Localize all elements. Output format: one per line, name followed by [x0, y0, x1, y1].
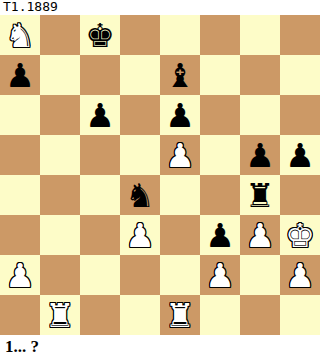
- square-e7[interactable]: ♝: [160, 55, 200, 95]
- square-a6[interactable]: [0, 95, 40, 135]
- white-pawn: ♟: [200, 255, 240, 295]
- white-king: ♚: [280, 215, 320, 255]
- black-bishop: ♝: [160, 55, 200, 95]
- chess-board: ♞♚♟♝♟♟♟♟♟♞♜♟♟♟♚♟♟♟♜♜: [0, 15, 320, 335]
- square-d6[interactable]: [120, 95, 160, 135]
- black-king: ♚: [80, 15, 120, 55]
- square-c5[interactable]: [80, 135, 120, 175]
- square-h4[interactable]: [280, 175, 320, 215]
- black-pawn: ♟: [200, 215, 240, 255]
- white-rook: ♜: [160, 295, 200, 335]
- square-f4[interactable]: [200, 175, 240, 215]
- move-prompt: 1... ?: [0, 335, 320, 360]
- white-knight: ♞: [0, 15, 40, 55]
- square-h2[interactable]: ♟: [280, 255, 320, 295]
- square-a7[interactable]: ♟: [0, 55, 40, 95]
- square-f8[interactable]: [200, 15, 240, 55]
- square-g6[interactable]: [240, 95, 280, 135]
- square-g8[interactable]: [240, 15, 280, 55]
- square-h5[interactable]: ♟: [280, 135, 320, 175]
- square-c3[interactable]: [80, 215, 120, 255]
- square-h7[interactable]: [280, 55, 320, 95]
- square-d4[interactable]: ♞: [120, 175, 160, 215]
- square-c2[interactable]: [80, 255, 120, 295]
- square-f6[interactable]: [200, 95, 240, 135]
- square-h8[interactable]: [280, 15, 320, 55]
- square-e6[interactable]: ♟: [160, 95, 200, 135]
- square-g7[interactable]: [240, 55, 280, 95]
- square-g2[interactable]: [240, 255, 280, 295]
- square-b8[interactable]: [40, 15, 80, 55]
- square-b1[interactable]: ♜: [40, 295, 80, 335]
- square-b4[interactable]: [40, 175, 80, 215]
- square-h6[interactable]: [280, 95, 320, 135]
- black-pawn: ♟: [80, 95, 120, 135]
- square-c7[interactable]: [80, 55, 120, 95]
- square-b6[interactable]: [40, 95, 80, 135]
- black-pawn: ♟: [280, 135, 320, 175]
- square-c6[interactable]: ♟: [80, 95, 120, 135]
- black-pawn: ♟: [240, 135, 280, 175]
- square-e1[interactable]: ♜: [160, 295, 200, 335]
- square-f7[interactable]: [200, 55, 240, 95]
- square-d2[interactable]: [120, 255, 160, 295]
- square-e3[interactable]: [160, 215, 200, 255]
- square-h3[interactable]: ♚: [280, 215, 320, 255]
- puzzle-id: T1.1889: [0, 0, 320, 15]
- square-c1[interactable]: [80, 295, 120, 335]
- square-a4[interactable]: [0, 175, 40, 215]
- square-b5[interactable]: [40, 135, 80, 175]
- white-pawn: ♟: [0, 255, 40, 295]
- square-f3[interactable]: ♟: [200, 215, 240, 255]
- black-knight: ♞: [120, 175, 160, 215]
- black-pawn: ♟: [0, 55, 40, 95]
- square-d1[interactable]: [120, 295, 160, 335]
- square-e4[interactable]: [160, 175, 200, 215]
- square-d8[interactable]: [120, 15, 160, 55]
- square-h1[interactable]: [280, 295, 320, 335]
- square-b3[interactable]: [40, 215, 80, 255]
- square-e5[interactable]: ♟: [160, 135, 200, 175]
- square-g5[interactable]: ♟: [240, 135, 280, 175]
- white-pawn: ♟: [240, 215, 280, 255]
- square-c4[interactable]: [80, 175, 120, 215]
- square-b7[interactable]: [40, 55, 80, 95]
- square-d5[interactable]: [120, 135, 160, 175]
- square-b2[interactable]: [40, 255, 80, 295]
- square-d3[interactable]: ♟: [120, 215, 160, 255]
- square-f2[interactable]: ♟: [200, 255, 240, 295]
- black-pawn: ♟: [160, 95, 200, 135]
- square-e2[interactable]: [160, 255, 200, 295]
- white-rook: ♜: [40, 295, 80, 335]
- square-g3[interactable]: ♟: [240, 215, 280, 255]
- square-c8[interactable]: ♚: [80, 15, 120, 55]
- white-pawn: ♟: [280, 255, 320, 295]
- square-a5[interactable]: [0, 135, 40, 175]
- square-d7[interactable]: [120, 55, 160, 95]
- white-pawn: ♟: [120, 215, 160, 255]
- square-g4[interactable]: ♜: [240, 175, 280, 215]
- white-pawn: ♟: [160, 135, 200, 175]
- square-a8[interactable]: ♞: [0, 15, 40, 55]
- black-rook: ♜: [240, 175, 280, 215]
- square-a1[interactable]: [0, 295, 40, 335]
- square-a2[interactable]: ♟: [0, 255, 40, 295]
- square-a3[interactable]: [0, 215, 40, 255]
- square-f1[interactable]: [200, 295, 240, 335]
- square-f5[interactable]: [200, 135, 240, 175]
- square-g1[interactable]: [240, 295, 280, 335]
- square-e8[interactable]: [160, 15, 200, 55]
